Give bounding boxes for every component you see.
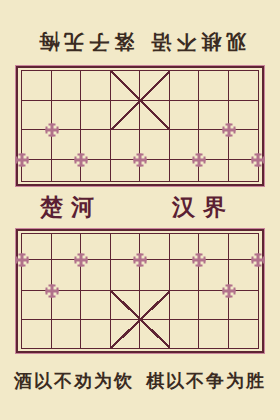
xiangqi-board[interactable]: 楚河 汉界 <box>16 66 264 353</box>
board-cell[interactable] <box>170 71 200 101</box>
board-cell[interactable] <box>52 320 82 348</box>
cannon-point-marker <box>45 124 58 137</box>
river-label-han: 汉界 <box>172 192 234 223</box>
board-cell[interactable] <box>199 320 229 348</box>
board-cell[interactable] <box>81 71 111 101</box>
soldier-point-marker <box>16 254 29 267</box>
board-cell[interactable] <box>81 101 111 130</box>
board-bottom-half <box>16 229 264 353</box>
board-cell[interactable] <box>199 71 229 101</box>
board-cell[interactable] <box>229 320 259 348</box>
board-cell[interactable] <box>81 291 111 320</box>
top-half-grid[interactable] <box>21 70 259 182</box>
soldier-point-marker <box>75 154 88 167</box>
palace-diagonals <box>111 71 170 130</box>
soldier-point-marker <box>252 254 265 267</box>
bottom-half-grid[interactable] <box>21 233 259 349</box>
board-cell[interactable] <box>170 101 200 130</box>
bottom-quote-part2: 棋以不争为胜 <box>146 371 266 391</box>
board-cell[interactable] <box>81 320 111 348</box>
top-quote-rotated: 观棋不语落子无悔 <box>0 31 280 53</box>
soldier-point-marker <box>16 154 29 167</box>
board-cell[interactable] <box>229 71 259 101</box>
river-band: 楚河 汉界 <box>16 186 264 229</box>
top-quote-part1: 观棋不语 <box>146 31 246 53</box>
soldier-point-marker <box>134 254 147 267</box>
soldier-point-marker <box>252 154 265 167</box>
soldier-point-marker <box>193 254 206 267</box>
top-quote-part2: 落子无悔 <box>34 31 134 53</box>
river-label-chu: 楚河 <box>40 192 102 223</box>
palace-diagonals <box>111 291 170 348</box>
bottom-quote: 酒以不劝为饮棋以不争为胜 <box>0 370 280 392</box>
board-cell[interactable] <box>170 320 200 348</box>
cannon-point-marker <box>222 124 235 137</box>
soldier-point-marker <box>75 254 88 267</box>
board-cell[interactable] <box>22 320 52 348</box>
board-cell[interactable] <box>52 71 82 101</box>
board-cell[interactable] <box>22 71 52 101</box>
soldier-point-marker <box>193 154 206 167</box>
cannon-point-marker <box>222 285 235 298</box>
board-top-half <box>16 66 264 186</box>
bottom-quote-part1: 酒以不劝为饮 <box>14 371 134 391</box>
cannon-point-marker <box>45 285 58 298</box>
soldier-point-marker <box>134 154 147 167</box>
board-cell[interactable] <box>170 291 200 320</box>
